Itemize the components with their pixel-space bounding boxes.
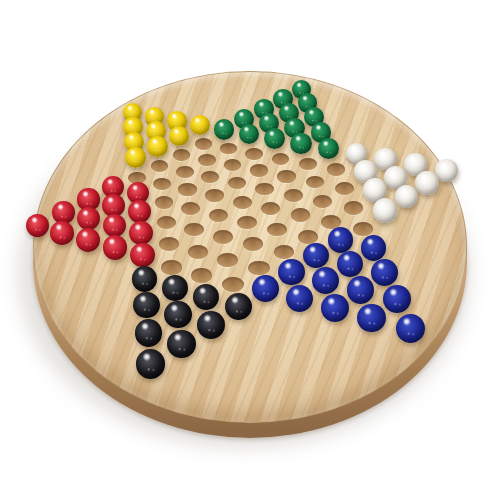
board-hole[interactable]	[201, 171, 219, 183]
board-hole[interactable]	[274, 245, 295, 259]
marble-black[interactable]	[164, 301, 191, 328]
marble-white[interactable]	[415, 171, 438, 194]
marble-black[interactable]	[167, 330, 195, 358]
board-hole[interactable]	[299, 158, 317, 170]
marble-black[interactable]	[193, 284, 220, 311]
marble-blue[interactable]	[361, 235, 387, 261]
board-hole[interactable]	[181, 202, 200, 215]
board-hole[interactable]	[261, 202, 280, 215]
marble-white[interactable]	[435, 159, 458, 182]
marble-blue[interactable]	[371, 259, 398, 286]
marble-black[interactable]	[162, 275, 188, 301]
marble-red[interactable]	[50, 221, 73, 244]
marble-black[interactable]	[135, 319, 163, 347]
marble-green[interactable]	[318, 138, 339, 159]
marble-black[interactable]	[132, 266, 158, 292]
board-hole[interactable]	[178, 183, 196, 196]
board-hole[interactable]	[151, 160, 168, 172]
board-hole[interactable]	[272, 153, 290, 165]
pieces-layer	[0, 0, 500, 500]
board-hole[interactable]	[224, 159, 242, 171]
board-hole[interactable]	[237, 216, 257, 229]
marble-blue[interactable]	[396, 314, 425, 343]
marble-red[interactable]	[129, 221, 153, 245]
marble-red[interactable]	[103, 235, 127, 259]
board-hole[interactable]	[209, 209, 228, 222]
marble-blue[interactable]	[328, 227, 353, 252]
marble-green[interactable]	[214, 119, 234, 139]
board-hole[interactable]	[213, 230, 233, 244]
board-hole[interactable]	[228, 177, 246, 190]
marble-blue[interactable]	[337, 251, 363, 277]
board-hole[interactable]	[277, 170, 295, 183]
board-hole[interactable]	[335, 182, 354, 195]
marble-white[interactable]	[395, 185, 419, 209]
marble-black[interactable]	[133, 292, 160, 319]
marble-blue[interactable]	[278, 259, 304, 285]
marble-blue[interactable]	[321, 294, 349, 322]
marble-blue[interactable]	[303, 243, 329, 269]
marble-red[interactable]	[76, 228, 100, 252]
board-hole[interactable]	[157, 216, 176, 229]
marble-black[interactable]	[197, 311, 225, 339]
marble-blue[interactable]	[357, 304, 385, 332]
marble-blue[interactable]	[383, 285, 411, 313]
board-hole[interactable]	[313, 195, 332, 208]
board-hole[interactable]	[198, 154, 215, 166]
marble-yellow[interactable]	[147, 136, 167, 156]
marble-yellow[interactable]	[169, 126, 189, 146]
marble-green[interactable]	[290, 133, 311, 154]
board-hole[interactable]	[188, 245, 208, 259]
marble-red[interactable]	[26, 214, 49, 237]
marble-blue[interactable]	[286, 285, 313, 312]
marble-green[interactable]	[264, 128, 285, 149]
board-hole[interactable]	[195, 138, 212, 150]
marble-white[interactable]	[373, 198, 397, 222]
board-hole[interactable]	[243, 237, 263, 251]
board-hole[interactable]	[284, 189, 303, 202]
board-hole[interactable]	[233, 196, 252, 209]
marble-black[interactable]	[136, 349, 165, 378]
board-hole[interactable]	[220, 143, 237, 155]
board-hole[interactable]	[205, 189, 224, 202]
board-hole[interactable]	[161, 260, 182, 274]
board-hole[interactable]	[245, 148, 262, 160]
marble-yellow[interactable]	[125, 147, 146, 168]
board-hole[interactable]	[153, 178, 171, 190]
marble-blue[interactable]	[312, 267, 339, 294]
product-photo	[0, 0, 500, 500]
board-hole[interactable]	[184, 223, 204, 236]
marble-green[interactable]	[239, 124, 259, 144]
marble-black[interactable]	[225, 293, 252, 320]
marble-blue[interactable]	[347, 276, 374, 303]
board-hole[interactable]	[267, 223, 287, 237]
board-hole[interactable]	[217, 253, 238, 267]
board-hole[interactable]	[159, 237, 179, 251]
board-hole[interactable]	[250, 164, 268, 176]
board-hole[interactable]	[306, 176, 325, 189]
board-hole[interactable]	[327, 163, 345, 176]
board-hole[interactable]	[173, 149, 190, 161]
board-hole[interactable]	[353, 222, 373, 236]
board-hole[interactable]	[291, 208, 311, 221]
marble-red[interactable]	[77, 207, 100, 230]
marble-blue[interactable]	[252, 275, 279, 302]
board-hole[interactable]	[255, 183, 274, 196]
board-hole[interactable]	[298, 230, 318, 244]
board-hole[interactable]	[155, 196, 174, 209]
board-hole[interactable]	[222, 277, 244, 292]
marble-red[interactable]	[130, 243, 155, 268]
board-hole[interactable]	[191, 268, 212, 283]
marble-red[interactable]	[103, 214, 126, 237]
marble-yellow[interactable]	[190, 115, 210, 135]
board-hole[interactable]	[344, 201, 364, 214]
board-hole[interactable]	[248, 261, 269, 276]
board-hole[interactable]	[176, 166, 194, 178]
